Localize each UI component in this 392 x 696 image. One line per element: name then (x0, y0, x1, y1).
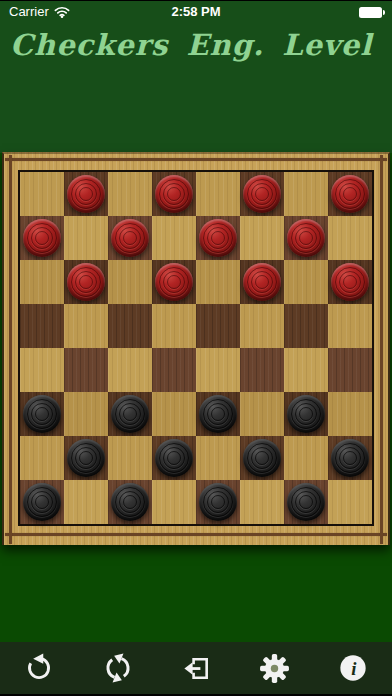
red-piece[interactable] (23, 219, 61, 257)
square-h6[interactable] (328, 260, 372, 304)
square-g3[interactable] (284, 392, 328, 436)
app-screen: Carrier 2:58 PM Checkers Eng. Level 3 (0, 0, 392, 696)
gear-center-dot (271, 664, 278, 671)
black-piece[interactable] (287, 395, 325, 433)
square-a8[interactable] (20, 172, 64, 216)
piece-ring (79, 187, 93, 201)
square-g4[interactable] (284, 348, 328, 392)
square-g7[interactable] (284, 216, 328, 260)
square-d5[interactable] (152, 304, 196, 348)
square-d4[interactable] (152, 348, 196, 392)
header: Carrier 2:58 PM Checkers Eng. Level 3 (0, 0, 392, 153)
square-d2[interactable] (152, 436, 196, 480)
square-a4[interactable] (20, 348, 64, 392)
square-b8[interactable] (64, 172, 108, 216)
piece-ring (79, 275, 93, 289)
piece-ring (343, 275, 357, 289)
black-piece[interactable] (199, 395, 237, 433)
square-c1[interactable] (108, 480, 152, 524)
square-e1[interactable] (196, 480, 240, 524)
square-c4[interactable] (108, 348, 152, 392)
black-piece[interactable] (67, 439, 105, 477)
square-f3[interactable] (240, 392, 284, 436)
piece-ring (211, 231, 225, 245)
square-b1[interactable] (64, 480, 108, 524)
square-f7[interactable] (240, 216, 284, 260)
piece-ring (167, 187, 181, 201)
gear-icon (258, 652, 291, 685)
piece-ring (35, 407, 49, 421)
square-d6[interactable] (152, 260, 196, 304)
square-e8[interactable] (196, 172, 240, 216)
red-piece[interactable] (67, 175, 105, 213)
red-piece[interactable] (331, 263, 369, 301)
info-button[interactable]: i (314, 642, 392, 694)
square-g2[interactable] (284, 436, 328, 480)
square-h8[interactable] (328, 172, 372, 216)
exit-icon (181, 653, 212, 684)
square-c6[interactable] (108, 260, 152, 304)
red-piece[interactable] (111, 219, 149, 257)
black-piece[interactable] (23, 395, 61, 433)
piece-ring (35, 231, 49, 245)
piece-ring (299, 231, 313, 245)
square-b2[interactable] (64, 436, 108, 480)
black-piece[interactable] (111, 395, 149, 433)
battery-body (359, 7, 382, 18)
square-f6[interactable] (240, 260, 284, 304)
square-d3[interactable] (152, 392, 196, 436)
piece-ring (299, 407, 313, 421)
frame-line-right (380, 155, 383, 544)
square-e6[interactable] (196, 260, 240, 304)
exit-button[interactable] (157, 642, 235, 694)
piece-ring (123, 231, 137, 245)
piece-ring (255, 187, 269, 201)
square-b3[interactable] (64, 392, 108, 436)
square-h7[interactable] (328, 216, 372, 260)
piece-ring (255, 275, 269, 289)
square-f8[interactable] (240, 172, 284, 216)
square-d1[interactable] (152, 480, 196, 524)
red-piece[interactable] (287, 219, 325, 257)
square-h1[interactable] (328, 480, 372, 524)
square-f5[interactable] (240, 304, 284, 348)
square-d8[interactable] (152, 172, 196, 216)
info-icon: i (338, 653, 368, 683)
square-e7[interactable] (196, 216, 240, 260)
square-f4[interactable] (240, 348, 284, 392)
red-piece[interactable] (243, 263, 281, 301)
square-e3[interactable] (196, 392, 240, 436)
status-bar: Carrier 2:58 PM (0, 1, 392, 23)
frame-line-bottom (5, 533, 387, 536)
undo-button[interactable] (0, 642, 78, 694)
square-h5[interactable] (328, 304, 372, 348)
piece-ring (79, 451, 93, 465)
piece-ring (299, 495, 313, 509)
red-piece[interactable] (155, 263, 193, 301)
square-h2[interactable] (328, 436, 372, 480)
restart-button[interactable] (78, 642, 156, 694)
square-g5[interactable] (284, 304, 328, 348)
square-e5[interactable] (196, 304, 240, 348)
piece-ring (211, 407, 225, 421)
black-piece[interactable] (23, 483, 61, 521)
square-b6[interactable] (64, 260, 108, 304)
red-piece[interactable] (243, 175, 281, 213)
square-a3[interactable] (20, 392, 64, 436)
board-grid (18, 170, 374, 526)
page-title: Checkers Eng. Level 3 (10, 25, 388, 65)
square-b7[interactable] (64, 216, 108, 260)
piece-ring (343, 187, 357, 201)
checkers-board (2, 152, 390, 545)
piece-ring (123, 495, 137, 509)
black-piece[interactable] (155, 439, 193, 477)
square-g6[interactable] (284, 260, 328, 304)
square-a7[interactable] (20, 216, 64, 260)
piece-ring (167, 275, 181, 289)
black-piece[interactable] (243, 439, 281, 477)
battery-icon (359, 7, 386, 18)
black-piece[interactable] (287, 483, 325, 521)
square-h3[interactable] (328, 392, 372, 436)
settings-button[interactable] (235, 642, 313, 694)
time-label: 2:58 PM (0, 4, 392, 19)
toolbar: i (0, 642, 392, 696)
piece-ring (255, 451, 269, 465)
square-c5[interactable] (108, 304, 152, 348)
red-piece[interactable] (67, 263, 105, 301)
square-c2[interactable] (108, 436, 152, 480)
black-piece[interactable] (199, 483, 237, 521)
black-piece[interactable] (111, 483, 149, 521)
frame-line-top (5, 158, 387, 161)
square-b4[interactable] (64, 348, 108, 392)
square-c7[interactable] (108, 216, 152, 260)
piece-ring (35, 495, 49, 509)
red-piece[interactable] (331, 175, 369, 213)
piece-ring (123, 407, 137, 421)
square-g1[interactable] (284, 480, 328, 524)
red-piece[interactable] (199, 219, 237, 257)
square-a5[interactable] (20, 304, 64, 348)
square-c3[interactable] (108, 392, 152, 436)
square-d7[interactable] (152, 216, 196, 260)
square-a1[interactable] (20, 480, 64, 524)
square-f1[interactable] (240, 480, 284, 524)
square-e4[interactable] (196, 348, 240, 392)
svg-text:i: i (351, 658, 357, 679)
black-piece[interactable] (331, 439, 369, 477)
square-e2[interactable] (196, 436, 240, 480)
piece-ring (211, 495, 225, 509)
undo-icon (24, 653, 54, 683)
square-a6[interactable] (20, 260, 64, 304)
square-h4[interactable] (328, 348, 372, 392)
battery-nub (383, 10, 386, 15)
frame-line-left (9, 155, 12, 544)
piece-ring (343, 451, 357, 465)
restart-icon (103, 653, 133, 683)
square-f2[interactable] (240, 436, 284, 480)
square-c8[interactable] (108, 172, 152, 216)
red-piece[interactable] (155, 175, 193, 213)
square-a2[interactable] (20, 436, 64, 480)
square-g8[interactable] (284, 172, 328, 216)
piece-ring (167, 451, 181, 465)
square-b5[interactable] (64, 304, 108, 348)
